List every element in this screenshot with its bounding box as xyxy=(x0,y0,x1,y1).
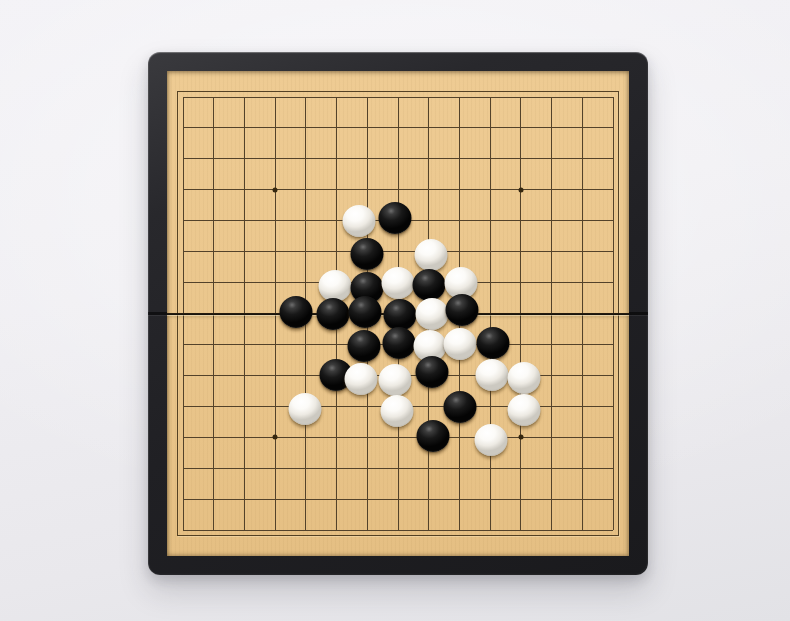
white-stone xyxy=(382,267,415,299)
black-stone xyxy=(477,327,510,359)
white-stone xyxy=(507,394,540,426)
black-stone xyxy=(446,294,479,326)
black-stone xyxy=(379,202,412,234)
star-point xyxy=(273,435,278,440)
star-point xyxy=(518,187,523,192)
star-point xyxy=(273,187,278,192)
grid-line-horizontal xyxy=(183,530,613,531)
white-stone xyxy=(444,328,477,360)
black-stone xyxy=(349,296,382,328)
white-stone xyxy=(476,359,509,391)
grid-line-horizontal xyxy=(183,468,613,469)
white-stone xyxy=(379,364,412,396)
white-stone xyxy=(288,393,321,425)
black-stone xyxy=(279,296,312,328)
white-stone xyxy=(415,298,448,330)
black-stone xyxy=(415,356,448,388)
white-stone xyxy=(345,363,378,395)
black-stone xyxy=(316,298,349,330)
white-stone xyxy=(343,205,376,237)
black-stone xyxy=(351,238,384,270)
go-board xyxy=(148,52,648,575)
black-stone xyxy=(412,269,445,301)
white-stone xyxy=(381,395,414,427)
black-stone xyxy=(416,420,449,452)
black-stone xyxy=(383,327,416,359)
grid-line-horizontal xyxy=(183,437,613,438)
black-stone xyxy=(384,299,417,331)
white-stone xyxy=(475,424,508,456)
white-stone xyxy=(507,362,540,394)
photo-backdrop xyxy=(0,0,790,621)
board-surface xyxy=(167,71,629,556)
star-point xyxy=(518,435,523,440)
black-stone xyxy=(444,391,477,423)
white-stone xyxy=(414,239,447,271)
black-stone xyxy=(348,330,381,362)
grid-line-horizontal xyxy=(183,499,613,500)
